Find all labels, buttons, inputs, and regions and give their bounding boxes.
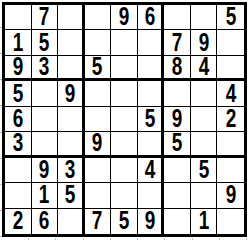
cell-digit: 9 xyxy=(198,30,209,55)
sudoku-cell-r1c5[interactable]: 9 xyxy=(111,5,138,30)
sudoku-cell-r1c6[interactable]: 6 xyxy=(138,5,165,30)
sudoku-cell-r5c8[interactable] xyxy=(191,107,218,132)
cell-digit: 2 xyxy=(225,107,236,132)
sudoku-cell-r1c9[interactable]: 5 xyxy=(217,5,244,30)
sudoku-cell-r6c8[interactable] xyxy=(191,132,218,157)
cell-digit: 5 xyxy=(12,81,23,106)
sudoku-cell-r9c3[interactable] xyxy=(58,209,85,234)
sudoku-cell-r9c2[interactable]: 6 xyxy=(32,209,59,234)
sudoku-cell-r3c5[interactable] xyxy=(111,56,138,81)
sudoku-cell-r2c9[interactable] xyxy=(217,30,244,55)
sudoku-cell-r4c6[interactable] xyxy=(138,81,165,106)
sudoku-cell-r4c8[interactable] xyxy=(191,81,218,106)
cell-digit: 2 xyxy=(12,209,23,234)
sudoku-cell-r7c4[interactable] xyxy=(85,158,112,183)
cell-digit: 6 xyxy=(39,209,50,234)
cell-digit: 9 xyxy=(65,81,76,106)
sudoku-cell-r5c1[interactable]: 6 xyxy=(5,107,32,132)
sudoku-cell-r2c4[interactable] xyxy=(85,30,112,55)
cell-digit: 9 xyxy=(92,132,103,156)
sudoku-cell-r4c5[interactable] xyxy=(111,81,138,106)
sudoku-cell-r7c2[interactable]: 9 xyxy=(32,158,59,183)
sudoku-cell-r8c5[interactable] xyxy=(111,183,138,208)
sudoku-cell-r3c4[interactable]: 5 xyxy=(85,56,112,81)
sudoku-cell-r9c7[interactable] xyxy=(164,209,191,234)
sudoku-cell-r3c2[interactable]: 3 xyxy=(32,56,59,81)
sudoku-cell-r6c9[interactable] xyxy=(217,132,244,157)
sudoku-cell-r3c1[interactable]: 9 xyxy=(5,56,32,81)
sudoku-cell-r1c7[interactable] xyxy=(164,5,191,30)
sudoku-cell-r3c9[interactable] xyxy=(217,56,244,81)
sudoku-cell-r6c1[interactable]: 3 xyxy=(5,132,32,157)
cell-digit: 6 xyxy=(144,5,155,30)
sudoku-cell-r7c5[interactable] xyxy=(111,158,138,183)
sudoku-screenshot: 796515799358459465923959345159267591 xyxy=(0,0,250,240)
cell-digit: 5 xyxy=(119,209,130,234)
cell-digit: 7 xyxy=(92,209,103,234)
sudoku-cell-r4c2[interactable] xyxy=(32,81,59,106)
sudoku-cell-r2c3[interactable] xyxy=(58,30,85,55)
cell-digit: 9 xyxy=(119,5,130,30)
sudoku-cell-r7c3[interactable]: 3 xyxy=(58,158,85,183)
cell-digit: 5 xyxy=(92,56,103,80)
cell-digit: 5 xyxy=(225,5,236,30)
sudoku-cell-r8c3[interactable]: 5 xyxy=(58,183,85,208)
cell-digit: 8 xyxy=(172,56,183,80)
sudoku-cell-r2c7[interactable]: 7 xyxy=(164,30,191,55)
cell-digit: 3 xyxy=(39,56,50,80)
sudoku-cell-r6c6[interactable] xyxy=(138,132,165,157)
sudoku-cell-r9c9[interactable] xyxy=(217,209,244,234)
sudoku-cell-r8c4[interactable] xyxy=(85,183,112,208)
sudoku-cell-r4c4[interactable] xyxy=(85,81,112,106)
sudoku-cell-r5c9[interactable]: 2 xyxy=(217,107,244,132)
sudoku-cell-r7c1[interactable] xyxy=(5,158,32,183)
sudoku-cell-r6c5[interactable] xyxy=(111,132,138,157)
cell-digit: 5 xyxy=(144,107,155,132)
cell-digit: 9 xyxy=(144,209,155,234)
sudoku-cell-r2c2[interactable]: 5 xyxy=(32,30,59,55)
sudoku-cell-r3c8[interactable]: 4 xyxy=(191,56,218,81)
cell-digit: 4 xyxy=(225,81,236,106)
sudoku-cell-r9c5[interactable]: 5 xyxy=(111,209,138,234)
cell-digit: 6 xyxy=(12,107,23,132)
sudoku-cell-r8c2[interactable]: 1 xyxy=(32,183,59,208)
cell-digit: 5 xyxy=(198,158,209,183)
sudoku-cell-r7c9[interactable] xyxy=(217,158,244,183)
sudoku-cell-r5c6[interactable]: 5 xyxy=(138,107,165,132)
cell-digit: 4 xyxy=(198,56,209,80)
cell-digit: 7 xyxy=(39,5,50,30)
sudoku-cell-r5c5[interactable] xyxy=(111,107,138,132)
cell-digit: 5 xyxy=(172,132,183,156)
sudoku-cell-r9c1[interactable]: 2 xyxy=(5,209,32,234)
sudoku-cell-r8c9[interactable]: 9 xyxy=(217,183,244,208)
sudoku-cell-r2c5[interactable] xyxy=(111,30,138,55)
sudoku-cell-r2c6[interactable] xyxy=(138,30,165,55)
sudoku-cell-r2c8[interactable]: 9 xyxy=(191,30,218,55)
sudoku-cell-r1c2[interactable]: 7 xyxy=(32,5,59,30)
cell-digit: 7 xyxy=(172,30,183,55)
sudoku-cell-r4c7[interactable] xyxy=(164,81,191,106)
cell-digit: 1 xyxy=(39,183,50,208)
sudoku-cell-r1c8[interactable] xyxy=(191,5,218,30)
sudoku-board: 796515799358459465923959345159267591 xyxy=(2,2,247,237)
sudoku-cell-r7c8[interactable]: 5 xyxy=(191,158,218,183)
cell-digit: 1 xyxy=(12,30,23,55)
sudoku-cell-r6c2[interactable] xyxy=(32,132,59,157)
cell-digit: 3 xyxy=(12,132,23,156)
sudoku-cell-r1c3[interactable] xyxy=(58,5,85,30)
cell-digit: 3 xyxy=(65,158,76,183)
cell-digit: 9 xyxy=(12,56,23,80)
sudoku-cell-r8c1[interactable] xyxy=(5,183,32,208)
cell-digit: 9 xyxy=(172,107,183,132)
sudoku-cell-r6c3[interactable] xyxy=(58,132,85,157)
cell-digit: 4 xyxy=(144,158,155,183)
sudoku-cell-r9c6[interactable]: 9 xyxy=(138,209,165,234)
sudoku-cell-r5c2[interactable] xyxy=(32,107,59,132)
cell-digit: 5 xyxy=(39,30,50,55)
cell-digit: 9 xyxy=(39,158,50,183)
sudoku-cell-r9c4[interactable]: 7 xyxy=(85,209,112,234)
sudoku-cell-r1c4[interactable] xyxy=(85,5,112,30)
sudoku-cell-r4c3[interactable]: 9 xyxy=(58,81,85,106)
sudoku-cell-r8c7[interactable] xyxy=(164,183,191,208)
sudoku-cell-r8c6[interactable] xyxy=(138,183,165,208)
sudoku-cell-r5c3[interactable] xyxy=(58,107,85,132)
sudoku-cell-r7c7[interactable] xyxy=(164,158,191,183)
sudoku-cell-r1c1[interactable] xyxy=(5,5,32,30)
sudoku-cell-r8c8[interactable] xyxy=(191,183,218,208)
sudoku-cell-r6c7[interactable]: 5 xyxy=(164,132,191,157)
sudoku-cell-r3c7[interactable]: 8 xyxy=(164,56,191,81)
sudoku-cell-r4c9[interactable]: 4 xyxy=(217,81,244,106)
sudoku-cell-r9c8[interactable]: 1 xyxy=(191,209,218,234)
sudoku-cell-r6c4[interactable]: 9 xyxy=(85,132,112,157)
sudoku-cell-r2c1[interactable]: 1 xyxy=(5,30,32,55)
sudoku-cell-r3c3[interactable] xyxy=(58,56,85,81)
cell-digit: 9 xyxy=(225,183,236,208)
cell-digit: 5 xyxy=(65,183,76,208)
sudoku-cell-r7c6[interactable]: 4 xyxy=(138,158,165,183)
sudoku-cell-r5c7[interactable]: 9 xyxy=(164,107,191,132)
cell-digit: 1 xyxy=(198,209,209,234)
sudoku-cell-r5c4[interactable] xyxy=(85,107,112,132)
sudoku-cell-r3c6[interactable] xyxy=(138,56,165,81)
sudoku-cell-r4c1[interactable]: 5 xyxy=(5,81,32,106)
